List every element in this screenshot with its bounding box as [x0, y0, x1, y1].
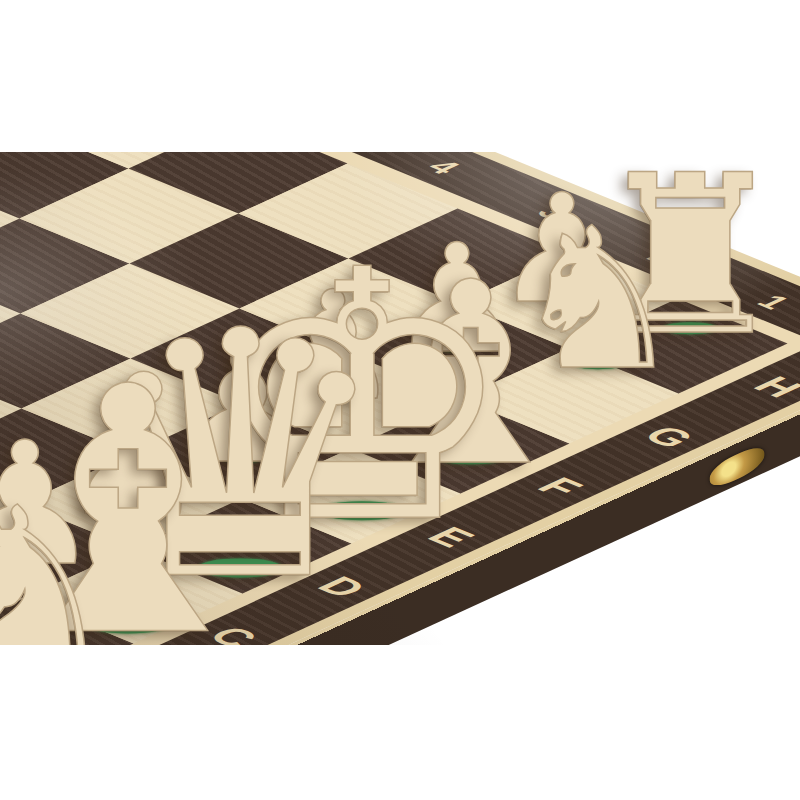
photo-fragment: ABCDEFGH12345678 ♟♜♟♞♟♟♝♟♚♟♛♝♞ [0, 152, 800, 645]
brass-clasp [710, 442, 765, 492]
product-photo: ABCDEFGH12345678 ♟♜♟♞♟♟♝♟♚♟♛♝♞ [0, 0, 800, 800]
white-knight-b1: ♞ [0, 479, 120, 645]
